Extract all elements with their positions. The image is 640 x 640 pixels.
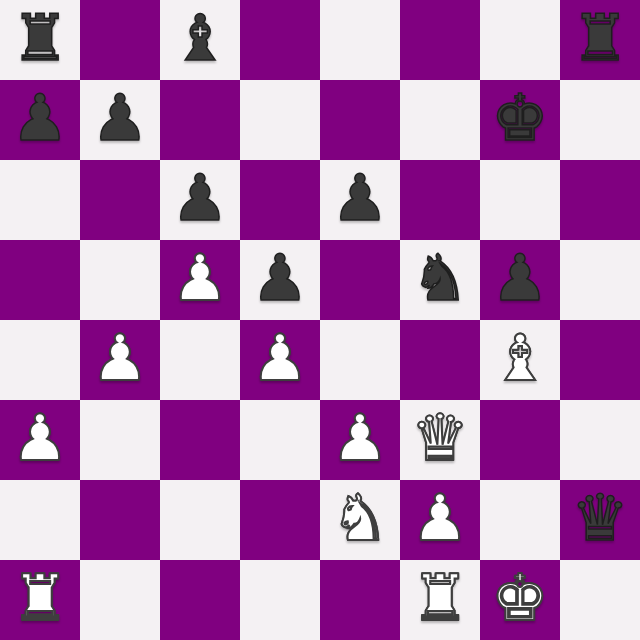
square-f4[interactable]	[400, 320, 480, 400]
square-c1[interactable]	[160, 560, 240, 640]
square-a4[interactable]	[0, 320, 80, 400]
square-e3[interactable]: ♟	[320, 400, 400, 480]
square-c3[interactable]	[160, 400, 240, 480]
square-g8[interactable]	[480, 0, 560, 80]
black-pawn-piece[interactable]: ♟	[491, 246, 548, 310]
square-a2[interactable]	[0, 480, 80, 560]
black-pawn-piece[interactable]: ♟	[251, 246, 308, 310]
square-a1[interactable]: ♜	[0, 560, 80, 640]
square-f1[interactable]: ♜	[400, 560, 480, 640]
square-a7[interactable]: ♟	[0, 80, 80, 160]
square-h5[interactable]	[560, 240, 640, 320]
square-h7[interactable]	[560, 80, 640, 160]
square-e5[interactable]	[320, 240, 400, 320]
white-pawn-piece[interactable]: ♟	[11, 406, 68, 470]
square-c2[interactable]	[160, 480, 240, 560]
black-rook-piece[interactable]: ♜	[11, 6, 68, 70]
square-h8[interactable]: ♜	[560, 0, 640, 80]
white-king-piece[interactable]: ♚	[491, 566, 548, 630]
square-g6[interactable]	[480, 160, 560, 240]
square-f6[interactable]	[400, 160, 480, 240]
square-b7[interactable]: ♟	[80, 80, 160, 160]
square-g1[interactable]: ♚	[480, 560, 560, 640]
square-g2[interactable]	[480, 480, 560, 560]
white-rook-piece[interactable]: ♜	[411, 566, 468, 630]
white-pawn-piece[interactable]: ♟	[91, 326, 148, 390]
square-f3[interactable]: ♛	[400, 400, 480, 480]
square-d1[interactable]	[240, 560, 320, 640]
black-queen-piece[interactable]: ♛	[571, 486, 628, 550]
square-f7[interactable]	[400, 80, 480, 160]
square-e1[interactable]	[320, 560, 400, 640]
square-d6[interactable]	[240, 160, 320, 240]
chess-board: ♜♝♜♟♟♚♟♟♟♟♞♟♟♟♝♟♟♛♞♟♛♜♜♚	[0, 0, 640, 640]
black-pawn-piece[interactable]: ♟	[331, 166, 388, 230]
square-a5[interactable]	[0, 240, 80, 320]
square-e2[interactable]: ♞	[320, 480, 400, 560]
white-pawn-piece[interactable]: ♟	[171, 246, 228, 310]
black-knight-piece[interactable]: ♞	[411, 246, 468, 310]
square-d2[interactable]	[240, 480, 320, 560]
square-g7[interactable]: ♚	[480, 80, 560, 160]
black-rook-piece[interactable]: ♜	[571, 6, 628, 70]
square-c8[interactable]: ♝	[160, 0, 240, 80]
square-f5[interactable]: ♞	[400, 240, 480, 320]
square-e8[interactable]	[320, 0, 400, 80]
white-knight-piece[interactable]: ♞	[331, 486, 388, 550]
square-b1[interactable]	[80, 560, 160, 640]
square-g4[interactable]: ♝	[480, 320, 560, 400]
square-a6[interactable]	[0, 160, 80, 240]
square-f2[interactable]: ♟	[400, 480, 480, 560]
square-b6[interactable]	[80, 160, 160, 240]
square-a3[interactable]: ♟	[0, 400, 80, 480]
square-h2[interactable]: ♛	[560, 480, 640, 560]
square-d8[interactable]	[240, 0, 320, 80]
white-pawn-piece[interactable]: ♟	[251, 326, 308, 390]
white-bishop-piece[interactable]: ♝	[491, 326, 548, 390]
white-queen-piece[interactable]: ♛	[411, 406, 468, 470]
square-b5[interactable]	[80, 240, 160, 320]
square-h4[interactable]	[560, 320, 640, 400]
square-c6[interactable]: ♟	[160, 160, 240, 240]
square-g3[interactable]	[480, 400, 560, 480]
black-king-piece[interactable]: ♚	[491, 86, 548, 150]
square-d5[interactable]: ♟	[240, 240, 320, 320]
square-c4[interactable]	[160, 320, 240, 400]
square-b2[interactable]	[80, 480, 160, 560]
black-pawn-piece[interactable]: ♟	[11, 86, 68, 150]
white-rook-piece[interactable]: ♜	[11, 566, 68, 630]
square-b8[interactable]	[80, 0, 160, 80]
square-c5[interactable]: ♟	[160, 240, 240, 320]
black-pawn-piece[interactable]: ♟	[91, 86, 148, 150]
square-b3[interactable]	[80, 400, 160, 480]
square-e4[interactable]	[320, 320, 400, 400]
square-h6[interactable]	[560, 160, 640, 240]
square-g5[interactable]: ♟	[480, 240, 560, 320]
black-pawn-piece[interactable]: ♟	[171, 166, 228, 230]
square-h1[interactable]	[560, 560, 640, 640]
square-f8[interactable]	[400, 0, 480, 80]
black-bishop-piece[interactable]: ♝	[171, 6, 228, 70]
square-a8[interactable]: ♜	[0, 0, 80, 80]
square-e7[interactable]	[320, 80, 400, 160]
white-pawn-piece[interactable]: ♟	[331, 406, 388, 470]
square-c7[interactable]	[160, 80, 240, 160]
square-b4[interactable]: ♟	[80, 320, 160, 400]
square-d3[interactable]	[240, 400, 320, 480]
square-d7[interactable]	[240, 80, 320, 160]
square-h3[interactable]	[560, 400, 640, 480]
white-pawn-piece[interactable]: ♟	[411, 486, 468, 550]
square-d4[interactable]: ♟	[240, 320, 320, 400]
square-e6[interactable]: ♟	[320, 160, 400, 240]
